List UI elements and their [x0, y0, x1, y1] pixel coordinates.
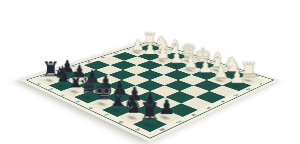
- chess-board: aabbccddeeffgghh1122334455667788 ♜♞♝♛♚♝♞…: [20, 40, 280, 142]
- black-rook-glyph: ♜: [131, 100, 169, 125]
- white-pawn-glyph: ♟: [221, 68, 254, 85]
- photo-background: aabbccddeeffgghh1122334455667788 ♜♞♝♛♚♝♞…: [0, 0, 300, 144]
- board-pieces: ♜♞♝♛♚♝♞♜♟♟♟♟♟♟♟♟♟♟♟♟♟♟♟♟♜♞♝♛♚♝♞♜: [20, 40, 280, 142]
